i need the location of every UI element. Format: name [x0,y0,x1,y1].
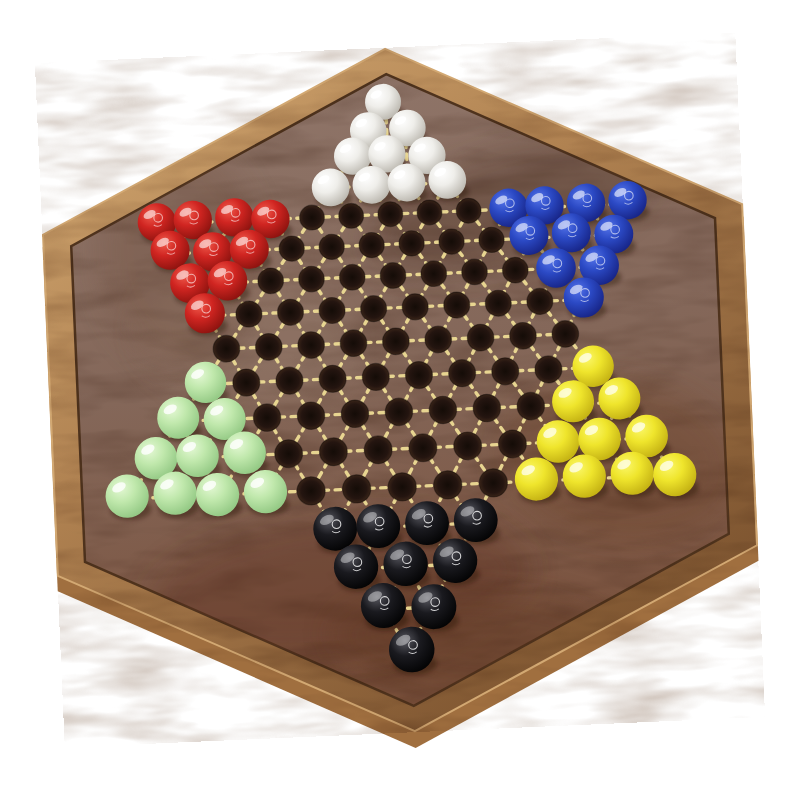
board-hole[interactable] [380,262,407,289]
board-hole[interactable] [319,297,346,324]
board-hole[interactable] [443,291,470,318]
board-hole[interactable] [526,288,553,315]
board-hole[interactable] [534,355,562,383]
board-hole[interactable] [502,257,529,284]
board-hole[interactable] [341,400,370,429]
board-hole[interactable] [297,331,325,359]
board-hole[interactable] [298,266,325,293]
board-hole[interactable] [299,205,325,231]
board-hole[interactable] [255,333,283,361]
board-hole[interactable] [319,365,347,393]
board-hole[interactable] [402,293,429,320]
board-hole[interactable] [429,396,458,425]
board-hole[interactable] [319,234,345,260]
board-hole[interactable] [297,401,326,430]
board-hole[interactable] [485,290,512,317]
board-hole[interactable] [509,322,537,350]
board-hole[interactable] [424,326,452,354]
board-hole[interactable] [277,299,304,326]
board-hole[interactable] [319,437,348,466]
board-hole[interactable] [388,472,417,501]
board-hole[interactable] [461,259,488,286]
board-hole[interactable] [360,295,387,322]
board-hole[interactable] [420,260,447,287]
board-hole[interactable] [362,363,390,391]
board-hole[interactable] [517,392,546,421]
board-hole[interactable] [296,476,325,505]
board-hole[interactable] [448,359,476,387]
board-hole[interactable] [473,394,502,423]
board-hole[interactable] [453,431,482,460]
board-hole[interactable] [491,357,519,385]
board-hole[interactable] [385,398,414,427]
chinese-checkers-board [0,0,800,800]
product-photo-stage [0,0,800,800]
board-hole[interactable] [364,435,393,464]
board-hole[interactable] [274,439,303,468]
board-hole[interactable] [253,403,282,432]
board-hole[interactable] [417,200,443,226]
board-hole[interactable] [405,361,433,389]
board-hole[interactable] [438,228,464,254]
board-hole[interactable] [275,367,303,395]
board-hole[interactable] [456,198,482,224]
board-hole[interactable] [408,433,437,462]
board-hole[interactable] [467,324,495,352]
board-hole[interactable] [551,320,579,348]
board-hole[interactable] [479,468,508,497]
board-hole[interactable] [213,335,241,363]
board-hole[interactable] [498,429,527,458]
board-hole[interactable] [257,267,284,294]
board-hole[interactable] [340,329,368,357]
board-hole[interactable] [359,232,385,258]
board-hole[interactable] [433,470,462,499]
board-hole[interactable] [478,227,504,253]
board-hole[interactable] [342,474,371,503]
board-hole[interactable] [398,230,424,256]
board-hole[interactable] [382,327,410,355]
board-hole[interactable] [279,235,305,261]
board-svg [0,0,800,800]
board-rotated-group [35,34,766,764]
board-hole[interactable] [232,369,260,397]
board-hole[interactable] [235,301,262,328]
board-hole[interactable] [339,264,366,291]
